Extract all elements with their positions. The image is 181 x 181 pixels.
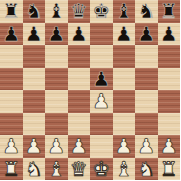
white-pawn[interactable]: ♟ [90,90,113,113]
white-queen[interactable]: ♛ [68,158,91,181]
black-queen[interactable]: ♛ [68,0,91,23]
square-b5[interactable] [23,68,46,91]
square-d8[interactable]: ♛ [68,0,91,23]
square-f3[interactable] [113,113,136,136]
square-c4[interactable] [45,90,68,113]
white-bishop[interactable]: ♝ [45,158,68,181]
square-h6[interactable] [158,45,181,68]
square-a3[interactable] [0,113,23,136]
square-b1[interactable]: ♞ [23,158,46,181]
black-pawn[interactable]: ♟ [135,23,158,46]
white-pawn[interactable]: ♟ [158,135,181,158]
square-h3[interactable] [158,113,181,136]
square-b8[interactable]: ♞ [23,0,46,23]
square-b4[interactable] [23,90,46,113]
square-f8[interactable]: ♝ [113,0,136,23]
square-a4[interactable] [0,90,23,113]
white-pawn[interactable]: ♟ [45,135,68,158]
square-c5[interactable] [45,68,68,91]
square-f1[interactable]: ♝ [113,158,136,181]
square-h8[interactable]: ♜ [158,0,181,23]
square-e3[interactable] [90,113,113,136]
square-c7[interactable]: ♟ [45,23,68,46]
square-h5[interactable] [158,68,181,91]
square-d5[interactable] [68,68,91,91]
square-a5[interactable] [0,68,23,91]
black-knight[interactable]: ♞ [135,0,158,23]
black-pawn[interactable]: ♟ [68,23,91,46]
square-b3[interactable] [23,113,46,136]
square-a2[interactable]: ♟ [0,135,23,158]
square-e7[interactable] [90,23,113,46]
square-g7[interactable]: ♟ [135,23,158,46]
square-f2[interactable]: ♟ [113,135,136,158]
square-h4[interactable] [158,90,181,113]
square-c2[interactable]: ♟ [45,135,68,158]
square-a8[interactable]: ♜ [0,0,23,23]
square-e6[interactable] [90,45,113,68]
square-g1[interactable]: ♞ [135,158,158,181]
square-g4[interactable] [135,90,158,113]
square-e5[interactable]: ♟ [90,68,113,91]
square-h2[interactable]: ♟ [158,135,181,158]
square-f7[interactable]: ♟ [113,23,136,46]
square-d2[interactable]: ♟ [68,135,91,158]
square-f6[interactable] [113,45,136,68]
white-rook[interactable]: ♜ [158,158,181,181]
black-pawn[interactable]: ♟ [45,23,68,46]
square-g3[interactable] [135,113,158,136]
white-knight[interactable]: ♞ [23,158,46,181]
square-h1[interactable]: ♜ [158,158,181,181]
black-rook[interactable]: ♜ [0,0,23,23]
black-pawn[interactable]: ♟ [0,23,23,46]
white-pawn[interactable]: ♟ [113,135,136,158]
black-king[interactable]: ♚ [90,0,113,23]
square-g8[interactable]: ♞ [135,0,158,23]
square-a6[interactable] [0,45,23,68]
black-pawn[interactable]: ♟ [23,23,46,46]
black-pawn[interactable]: ♟ [113,23,136,46]
square-c8[interactable]: ♝ [45,0,68,23]
white-king[interactable]: ♚ [90,158,113,181]
square-e8[interactable]: ♚ [90,0,113,23]
square-h7[interactable]: ♟ [158,23,181,46]
black-pawn[interactable]: ♟ [158,23,181,46]
square-d1[interactable]: ♛ [68,158,91,181]
square-c6[interactable] [45,45,68,68]
square-b7[interactable]: ♟ [23,23,46,46]
chess-board: ♜♞♝♛♚♝♞♜♟♟♟♟♟♟♟♟♟♟♟♟♟♟♟♟♜♞♝♛♚♝♞♜ [0,0,180,180]
black-bishop[interactable]: ♝ [113,0,136,23]
square-b2[interactable]: ♟ [23,135,46,158]
square-e1[interactable]: ♚ [90,158,113,181]
square-d4[interactable] [68,90,91,113]
white-pawn[interactable]: ♟ [68,135,91,158]
white-pawn[interactable]: ♟ [135,135,158,158]
white-pawn[interactable]: ♟ [0,135,23,158]
square-c3[interactable] [45,113,68,136]
black-pawn[interactable]: ♟ [90,68,113,91]
black-knight[interactable]: ♞ [23,0,46,23]
square-c1[interactable]: ♝ [45,158,68,181]
white-pawn[interactable]: ♟ [23,135,46,158]
white-knight[interactable]: ♞ [135,158,158,181]
square-f5[interactable] [113,68,136,91]
square-g5[interactable] [135,68,158,91]
square-e4[interactable]: ♟ [90,90,113,113]
white-bishop[interactable]: ♝ [113,158,136,181]
square-g2[interactable]: ♟ [135,135,158,158]
square-a7[interactable]: ♟ [0,23,23,46]
square-b6[interactable] [23,45,46,68]
square-d7[interactable]: ♟ [68,23,91,46]
black-rook[interactable]: ♜ [158,0,181,23]
square-e2[interactable] [90,135,113,158]
square-d6[interactable] [68,45,91,68]
square-a1[interactable]: ♜ [0,158,23,181]
square-d3[interactable] [68,113,91,136]
white-rook[interactable]: ♜ [0,158,23,181]
black-bishop[interactable]: ♝ [45,0,68,23]
square-f4[interactable] [113,90,136,113]
square-g6[interactable] [135,45,158,68]
